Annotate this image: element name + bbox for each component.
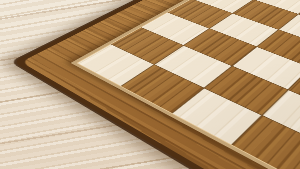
board-grid [78,0,300,169]
board-frame [21,0,300,169]
table-surface [0,0,300,169]
board-playing-surface [78,0,300,169]
chessboard [21,0,300,169]
